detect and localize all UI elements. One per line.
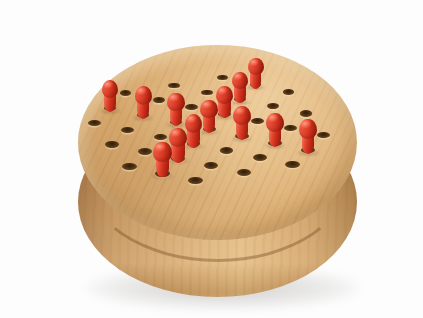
hole[interactable] bbox=[105, 141, 119, 148]
peg[interactable] bbox=[248, 58, 264, 89]
peg-head bbox=[167, 93, 184, 111]
peg-head bbox=[153, 142, 172, 162]
peg[interactable] bbox=[299, 119, 317, 154]
hole[interactable] bbox=[168, 83, 180, 89]
hole[interactable] bbox=[153, 97, 165, 103]
hole[interactable] bbox=[88, 120, 101, 126]
peg[interactable] bbox=[102, 80, 119, 112]
peg-head bbox=[232, 72, 249, 90]
hole[interactable] bbox=[138, 148, 152, 155]
peg-head bbox=[233, 106, 251, 125]
peg-head bbox=[248, 58, 264, 75]
peg-head bbox=[299, 119, 317, 138]
peg[interactable] bbox=[167, 93, 184, 126]
peg[interactable] bbox=[266, 113, 284, 147]
hole[interactable] bbox=[122, 163, 136, 170]
peg[interactable] bbox=[185, 114, 203, 148]
hole[interactable] bbox=[300, 110, 313, 116]
peg[interactable] bbox=[135, 86, 152, 119]
peg[interactable] bbox=[216, 86, 233, 119]
peg-solitaire-scene bbox=[0, 0, 423, 318]
hole[interactable] bbox=[185, 104, 197, 110]
peg-head bbox=[102, 80, 119, 98]
peg[interactable] bbox=[153, 142, 172, 178]
peg-head bbox=[216, 86, 233, 104]
peg[interactable] bbox=[233, 106, 251, 140]
hole[interactable] bbox=[283, 89, 295, 95]
peg-head bbox=[266, 113, 284, 132]
peg-head bbox=[200, 100, 217, 119]
hole[interactable] bbox=[188, 177, 203, 184]
peg-head bbox=[135, 86, 152, 104]
hole[interactable] bbox=[154, 134, 167, 141]
peg-head bbox=[185, 114, 203, 133]
hole[interactable] bbox=[121, 127, 134, 134]
peg[interactable] bbox=[232, 72, 249, 104]
peg[interactable] bbox=[200, 100, 217, 133]
